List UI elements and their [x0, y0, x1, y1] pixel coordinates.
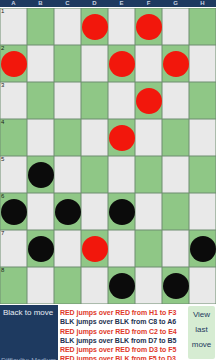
square-F5[interactable] — [135, 156, 162, 193]
view-last-move-button[interactable]: Viewlastmove — [188, 306, 215, 359]
square-G2[interactable] — [162, 45, 189, 82]
square-F8[interactable] — [135, 267, 162, 304]
black-piece[interactable] — [28, 162, 54, 188]
column-label: A — [0, 0, 27, 7]
square-G1[interactable] — [162, 8, 189, 45]
column-label: F — [135, 0, 162, 7]
square-C5[interactable] — [54, 156, 81, 193]
move-log-entry: BLK jumps over BLK from C8 to A6 — [60, 317, 187, 326]
square-D5[interactable] — [81, 156, 108, 193]
square-A3[interactable]: 3 — [0, 82, 27, 119]
move-log-entry: RED jumps over RED from C2 to E4 — [60, 327, 187, 336]
red-piece[interactable] — [163, 51, 189, 77]
move-log-entry: RED jumps over RED from D3 to F5 — [60, 345, 187, 354]
square-G6[interactable] — [162, 193, 189, 230]
square-A7[interactable]: 7 — [0, 230, 27, 267]
red-piece[interactable] — [109, 51, 135, 77]
square-F7[interactable] — [135, 230, 162, 267]
square-C2[interactable] — [54, 45, 81, 82]
row-label: 5 — [1, 156, 4, 163]
square-A4[interactable]: 4 — [0, 119, 27, 156]
square-E1[interactable] — [108, 8, 135, 45]
square-D3[interactable] — [81, 82, 108, 119]
square-B3[interactable] — [27, 82, 54, 119]
square-H3[interactable] — [189, 82, 216, 119]
square-H4[interactable] — [189, 119, 216, 156]
column-label: C — [54, 0, 81, 7]
square-D6[interactable] — [81, 193, 108, 230]
square-E8[interactable] — [108, 267, 135, 304]
square-G3[interactable] — [162, 82, 189, 119]
square-D7[interactable] — [81, 230, 108, 267]
row-label: 8 — [1, 267, 4, 274]
square-G7[interactable] — [162, 230, 189, 267]
black-piece[interactable] — [190, 236, 216, 262]
column-label: H — [189, 0, 216, 7]
square-C1[interactable] — [54, 8, 81, 45]
square-G4[interactable] — [162, 119, 189, 156]
row-label: 2 — [1, 45, 4, 52]
square-B1[interactable] — [27, 8, 54, 45]
square-F2[interactable] — [135, 45, 162, 82]
move-log-entry: RED jumps over BLK from F5 to D3 — [60, 354, 187, 360]
move-log: RED jumps over RED from H1 to F3BLK jump… — [58, 305, 187, 360]
square-E4[interactable] — [108, 119, 135, 156]
square-C3[interactable] — [54, 82, 81, 119]
square-A6[interactable]: 6 — [0, 193, 27, 230]
move-log-entry: RED jumps over RED from H1 to F3 — [60, 308, 187, 317]
square-G5[interactable] — [162, 156, 189, 193]
square-B8[interactable] — [27, 267, 54, 304]
square-G8[interactable] — [162, 267, 189, 304]
square-A8[interactable]: 8 — [0, 267, 27, 304]
square-E5[interactable] — [108, 156, 135, 193]
black-piece[interactable] — [55, 199, 81, 225]
square-C8[interactable] — [54, 267, 81, 304]
red-piece[interactable] — [109, 125, 135, 151]
black-piece[interactable] — [109, 199, 135, 225]
square-B7[interactable] — [27, 230, 54, 267]
square-F6[interactable] — [135, 193, 162, 230]
black-piece[interactable] — [163, 273, 189, 299]
bottom-panel: Black to move Difficulty: Medium RED jum… — [0, 304, 216, 360]
checkers-board: 12345678 — [0, 8, 216, 304]
square-A5[interactable]: 5 — [0, 156, 27, 193]
square-H2[interactable] — [189, 45, 216, 82]
move-log-entry: BLK jumps over BLK from D7 to B5 — [60, 336, 187, 345]
square-D1[interactable] — [81, 8, 108, 45]
square-H8[interactable] — [189, 267, 216, 304]
square-A1[interactable]: 1 — [0, 8, 27, 45]
red-piece[interactable] — [1, 51, 27, 77]
square-F1[interactable] — [135, 8, 162, 45]
column-label: E — [108, 0, 135, 7]
column-label: B — [27, 0, 54, 7]
view-button-label: last — [195, 325, 207, 334]
status-box: Black to move Difficulty: Medium — [0, 305, 58, 360]
black-piece[interactable] — [28, 236, 54, 262]
view-button-label: View — [193, 310, 210, 319]
row-label: 7 — [1, 230, 4, 237]
square-D8[interactable] — [81, 267, 108, 304]
row-label: 6 — [1, 193, 4, 200]
black-piece[interactable] — [109, 273, 135, 299]
square-B2[interactable] — [27, 45, 54, 82]
square-C7[interactable] — [54, 230, 81, 267]
red-piece[interactable] — [136, 14, 162, 40]
black-piece[interactable] — [1, 199, 27, 225]
checkers-app: ABCDEFGH 12345678 Black to move Difficul… — [0, 0, 216, 360]
square-E7[interactable] — [108, 230, 135, 267]
square-B4[interactable] — [27, 119, 54, 156]
square-E6[interactable] — [108, 193, 135, 230]
square-F4[interactable] — [135, 119, 162, 156]
row-label: 1 — [1, 8, 4, 15]
square-D2[interactable] — [81, 45, 108, 82]
square-E2[interactable] — [108, 45, 135, 82]
square-B6[interactable] — [27, 193, 54, 230]
square-A2[interactable]: 2 — [0, 45, 27, 82]
view-button-label: move — [192, 340, 212, 349]
status-text: Black to move — [3, 308, 58, 317]
square-F3[interactable] — [135, 82, 162, 119]
column-labels: ABCDEFGH — [0, 0, 216, 8]
square-H7[interactable] — [189, 230, 216, 267]
red-piece[interactable] — [82, 14, 108, 40]
square-H6[interactable] — [189, 193, 216, 230]
row-label: 4 — [1, 119, 4, 126]
square-H5[interactable] — [189, 156, 216, 193]
square-D4[interactable] — [81, 119, 108, 156]
red-piece[interactable] — [82, 236, 108, 262]
square-B5[interactable] — [27, 156, 54, 193]
square-E3[interactable] — [108, 82, 135, 119]
square-C4[interactable] — [54, 119, 81, 156]
column-label: G — [162, 0, 189, 7]
column-label: D — [81, 0, 108, 7]
red-piece[interactable] — [136, 88, 162, 114]
square-H1[interactable] — [189, 8, 216, 45]
square-C6[interactable] — [54, 193, 81, 230]
row-label: 3 — [1, 82, 4, 89]
